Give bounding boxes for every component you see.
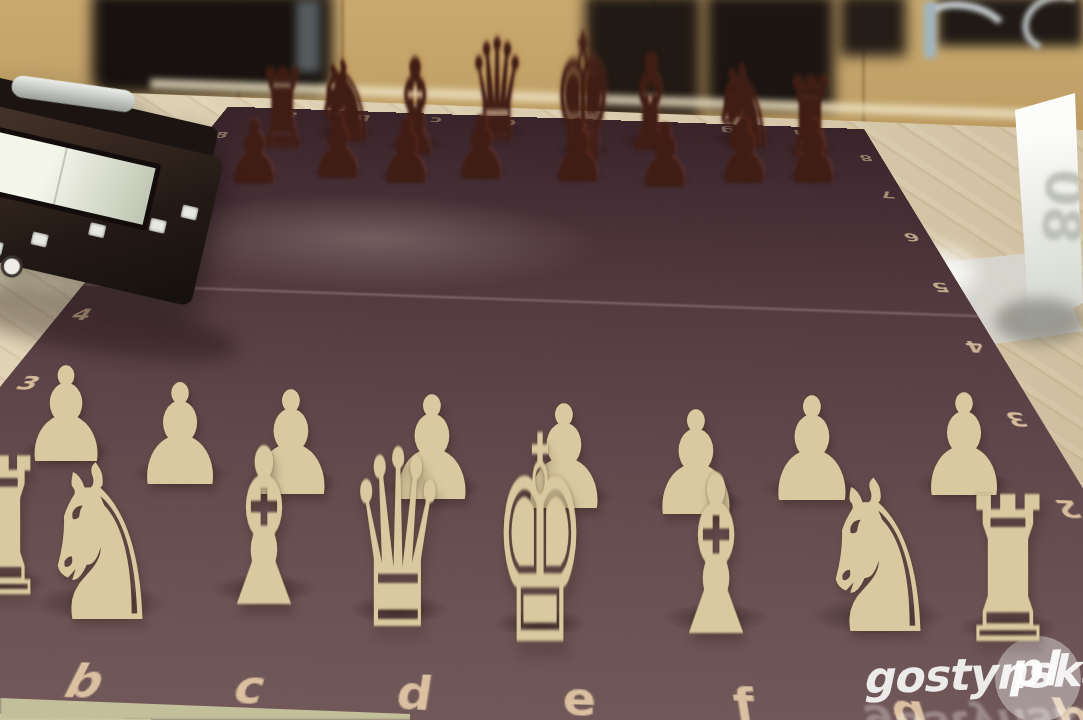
piece-black-pawn-d7: ♟ [453, 106, 509, 193]
piece-black-pawn-g7: ♟ [716, 110, 772, 197]
tournament-chess-photo: 08 aabbccddeeffgghh1122334455667788 ♜♞♝♛… [0, 0, 1083, 720]
piece-black-pawn-e7: ♟ [550, 109, 606, 196]
piece-black-pawn-h7: ♟ [785, 110, 841, 197]
piece-black-pawn-f7: ♟ [637, 114, 693, 201]
piece-white-bishop-c1: ♝ [212, 420, 316, 638]
piece-white-rook-h1: ♜ [958, 471, 1058, 673]
piece-white-king-e1: ♚ [493, 399, 586, 685]
piece-white-knight-g1: ♞ [812, 454, 945, 664]
piece-black-pawn-c7: ♟ [378, 110, 434, 197]
piece-white-knight-b1: ♞ [34, 437, 167, 652]
piece-white-bishop-f1: ♝ [664, 447, 768, 667]
piece-white-queen-d1: ♛ [348, 417, 448, 663]
piece-black-pawn-b7: ♟ [310, 105, 366, 192]
